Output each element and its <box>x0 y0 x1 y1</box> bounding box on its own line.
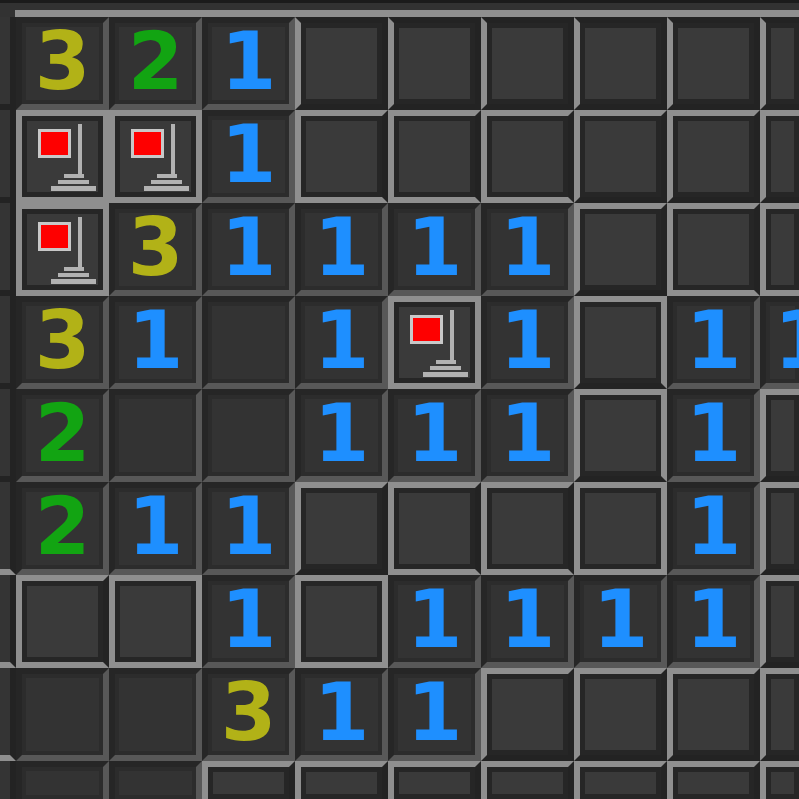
cell-r7-c2[interactable] <box>109 575 202 668</box>
cell-r1-c7[interactable] <box>574 17 667 110</box>
cell-r1-c8[interactable] <box>667 17 760 110</box>
mine-count-3: 3 <box>35 301 91 381</box>
cell-r5-c7[interactable] <box>574 389 667 482</box>
cell-r4-c4[interactable]: 1 <box>295 296 388 389</box>
cell-r8-c0 <box>0 668 16 761</box>
cell-r7-c6[interactable]: 1 <box>481 575 574 668</box>
cell-r8-c9[interactable] <box>760 668 799 761</box>
cell-r3-c0 <box>0 203 16 296</box>
flag-base <box>151 180 182 184</box>
board-row-5: 21111 <box>0 389 799 482</box>
cell-r6-c6[interactable] <box>481 482 574 575</box>
cell-r9-c4 <box>295 761 388 799</box>
flag-cloth <box>131 129 164 158</box>
mine-count-1: 1 <box>686 580 742 660</box>
cell-r7-c0 <box>0 575 16 668</box>
cell-r2-c3[interactable]: 1 <box>202 110 295 203</box>
board-row-2: 1 <box>0 110 799 203</box>
cell-r9-c6 <box>481 761 574 799</box>
flag-base <box>423 372 468 377</box>
flag-pole <box>78 124 82 176</box>
cell-r8-c2[interactable] <box>109 668 202 761</box>
mine-count-3: 3 <box>128 208 184 288</box>
mine-count-1: 1 <box>500 301 556 381</box>
cell-r4-c6[interactable]: 1 <box>481 296 574 389</box>
flag-icon <box>115 116 196 197</box>
flag-base <box>64 174 84 178</box>
cell-r5-c0 <box>0 389 16 482</box>
flag-cloth <box>38 222 71 251</box>
cell-r7-c4[interactable] <box>295 575 388 668</box>
flag-base <box>430 366 461 370</box>
cell-r4-c3[interactable] <box>202 296 295 389</box>
cell-r8-c7[interactable] <box>574 668 667 761</box>
cell-r1-c2[interactable]: 2 <box>109 17 202 110</box>
cell-r3-c6[interactable]: 1 <box>481 203 574 296</box>
mine-count-1: 1 <box>500 580 556 660</box>
mine-count-1: 1 <box>221 580 277 660</box>
board-row-6: 2111 <box>0 482 799 575</box>
cell-r2-c7[interactable] <box>574 110 667 203</box>
flag-base <box>58 180 89 184</box>
flag-base <box>51 279 96 284</box>
mine-count-1: 1 <box>221 22 277 102</box>
flag-pole <box>450 310 454 362</box>
cell-r6-c9[interactable] <box>760 482 799 575</box>
cell-r5-c9[interactable] <box>760 389 799 482</box>
board-row-1: 321 <box>0 17 799 110</box>
mine-count-1: 1 <box>221 208 277 288</box>
cell-r6-c1[interactable]: 2 <box>16 482 109 575</box>
cell-r2-c9[interactable] <box>760 110 799 203</box>
mine-count-1: 1 <box>407 580 463 660</box>
mine-count-1: 1 <box>314 208 370 288</box>
mine-count-2: 2 <box>35 394 91 474</box>
flag-pole <box>171 124 175 176</box>
cell-r2-c6[interactable] <box>481 110 574 203</box>
board-row-9 <box>0 761 799 799</box>
mine-grid: 32113111131111121111211111111311 <box>0 17 799 799</box>
board-row-7: 11111 <box>0 575 799 668</box>
cell-r9-c1 <box>16 761 109 799</box>
cell-r8-c6[interactable] <box>481 668 574 761</box>
flag-pole <box>78 217 82 269</box>
mine-count-1: 1 <box>686 301 742 381</box>
mine-count-1: 1 <box>407 208 463 288</box>
cell-r4-c8[interactable]: 1 <box>667 296 760 389</box>
cell-r1-c9[interactable] <box>760 17 799 110</box>
cell-r4-c1[interactable]: 3 <box>16 296 109 389</box>
cell-r3-c2[interactable]: 3 <box>109 203 202 296</box>
flag-base <box>58 273 89 277</box>
cell-r4-c9[interactable]: 1 <box>760 296 799 389</box>
flag-icon <box>22 209 103 290</box>
cell-r4-c0 <box>0 296 16 389</box>
cell-r1-c6[interactable] <box>481 17 574 110</box>
cell-r7-c8[interactable]: 1 <box>667 575 760 668</box>
cell-r2-c8[interactable] <box>667 110 760 203</box>
cell-r6-c5[interactable] <box>388 482 481 575</box>
mine-count-1: 1 <box>221 115 277 195</box>
cell-r8-c5[interactable]: 1 <box>388 668 481 761</box>
mine-count-2: 2 <box>128 22 184 102</box>
cell-r6-c4[interactable] <box>295 482 388 575</box>
board-row-4: 311111 <box>0 296 799 389</box>
mine-count-1: 1 <box>686 487 742 567</box>
minesweeper-board: 32113111131111121111211111111311 <box>0 0 799 799</box>
cell-r3-c9[interactable] <box>760 203 799 296</box>
cell-r1-c3[interactable]: 1 <box>202 17 295 110</box>
cell-r2-c0 <box>0 110 16 203</box>
cell-r8-c8[interactable] <box>667 668 760 761</box>
flag-icon <box>394 302 475 383</box>
cell-r3-c3[interactable]: 1 <box>202 203 295 296</box>
cell-r6-c3[interactable]: 1 <box>202 482 295 575</box>
mine-count-1: 1 <box>774 301 799 381</box>
cell-r5-c6[interactable]: 1 <box>481 389 574 482</box>
cell-r6-c8[interactable]: 1 <box>667 482 760 575</box>
cell-r3-c5[interactable]: 1 <box>388 203 481 296</box>
mine-count-1: 1 <box>593 580 649 660</box>
mine-count-1: 1 <box>500 208 556 288</box>
cell-r7-c3[interactable]: 1 <box>202 575 295 668</box>
flag-base <box>144 186 189 191</box>
cell-r3-c1[interactable] <box>16 203 109 296</box>
mine-count-1: 1 <box>221 487 277 567</box>
cell-r8-c3[interactable]: 3 <box>202 668 295 761</box>
flag-icon <box>22 116 103 197</box>
cell-r1-c1[interactable]: 3 <box>16 17 109 110</box>
mine-count-2: 2 <box>35 487 91 567</box>
cell-r7-c7[interactable]: 1 <box>574 575 667 668</box>
cutoff-top-row <box>0 0 799 17</box>
cell-r5-c5[interactable]: 1 <box>388 389 481 482</box>
cell-r5-c2[interactable] <box>109 389 202 482</box>
cell-r4-c7[interactable] <box>574 296 667 389</box>
board-row-3: 31111 <box>0 203 799 296</box>
cell-r1-c5[interactable] <box>388 17 481 110</box>
cell-r9-c9 <box>760 761 799 799</box>
mine-count-3: 3 <box>221 673 277 753</box>
cell-r9-c0 <box>0 761 16 799</box>
cell-r8-c4[interactable]: 1 <box>295 668 388 761</box>
board-row-8: 311 <box>0 668 799 761</box>
cell-r5-c4[interactable]: 1 <box>295 389 388 482</box>
cell-r9-c2 <box>109 761 202 799</box>
cell-r9-c7 <box>574 761 667 799</box>
mine-count-3: 3 <box>35 22 91 102</box>
mine-count-1: 1 <box>500 394 556 474</box>
cell-r7-c9[interactable] <box>760 575 799 668</box>
mine-count-1: 1 <box>314 673 370 753</box>
cell-r9-c3 <box>202 761 295 799</box>
cell-r9-c5 <box>388 761 481 799</box>
cell-r4-c2[interactable]: 1 <box>109 296 202 389</box>
cell-r8-c1[interactable] <box>16 668 109 761</box>
flag-base <box>157 174 177 178</box>
cell-r9-c8 <box>667 761 760 799</box>
cell-r3-c4[interactable]: 1 <box>295 203 388 296</box>
cell-r2-c4[interactable] <box>295 110 388 203</box>
cell-r3-c7[interactable] <box>574 203 667 296</box>
flag-cloth <box>410 315 443 344</box>
flag-cloth <box>38 129 71 158</box>
cell-r4-c5[interactable] <box>388 296 481 389</box>
cell-r2-c5[interactable] <box>388 110 481 203</box>
cell-r3-c8[interactable] <box>667 203 760 296</box>
cell-r5-c1[interactable]: 2 <box>16 389 109 482</box>
cell-r2-c2[interactable] <box>109 110 202 203</box>
mine-count-1: 1 <box>686 394 742 474</box>
mine-count-1: 1 <box>128 301 184 381</box>
mine-count-1: 1 <box>314 301 370 381</box>
cell-r6-c2[interactable]: 1 <box>109 482 202 575</box>
cell-r6-c0 <box>0 482 16 575</box>
cell-r1-c0 <box>0 17 16 110</box>
mine-count-1: 1 <box>407 394 463 474</box>
mine-count-1: 1 <box>314 394 370 474</box>
cell-r6-c7[interactable] <box>574 482 667 575</box>
board-top-edge <box>0 0 799 3</box>
cell-r5-c8[interactable]: 1 <box>667 389 760 482</box>
mine-count-1: 1 <box>128 487 184 567</box>
flag-base <box>436 360 456 364</box>
cell-r1-c4[interactable] <box>295 17 388 110</box>
mine-count-1: 1 <box>407 673 463 753</box>
cell-r2-c1[interactable] <box>16 110 109 203</box>
flag-base <box>64 267 84 271</box>
cell-r7-c1[interactable] <box>16 575 109 668</box>
cell-r5-c3[interactable] <box>202 389 295 482</box>
flag-base <box>51 186 96 191</box>
cell-r7-c5[interactable]: 1 <box>388 575 481 668</box>
